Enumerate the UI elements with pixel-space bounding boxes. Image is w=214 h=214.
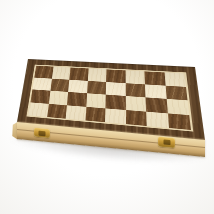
board-square	[105, 108, 126, 124]
board-square	[66, 105, 86, 120]
board-square	[146, 111, 168, 128]
board-square	[125, 110, 146, 126]
board-square	[106, 69, 125, 82]
board-square	[52, 67, 71, 80]
board-square	[144, 71, 165, 85]
board-square	[87, 68, 106, 81]
board-square	[125, 70, 145, 84]
board-square	[167, 113, 191, 130]
brass-clasp-right-icon	[158, 137, 175, 149]
board-square	[28, 102, 48, 117]
board-grid	[28, 66, 191, 130]
board-square	[85, 107, 105, 123]
board-square	[34, 66, 53, 79]
brass-clasp-left-icon	[34, 128, 50, 139]
product-photo	[0, 0, 214, 214]
board-square	[69, 68, 88, 81]
board-square	[47, 104, 67, 119]
maple-inlay-line	[26, 65, 193, 132]
